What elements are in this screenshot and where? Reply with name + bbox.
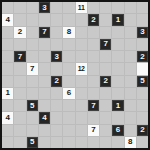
cell-r8c4[interactable]: [51, 100, 62, 111]
cell-r4c1-clue-7[interactable]: 7: [14, 51, 25, 62]
cell-r8c5[interactable]: [63, 100, 74, 111]
cell-r4c5[interactable]: [63, 51, 74, 62]
cell-r1c0-clue-4[interactable]: 4: [2, 14, 13, 25]
cell-r6c2[interactable]: [27, 76, 38, 87]
cell-r2c4[interactable]: [51, 27, 62, 38]
cell-r9c4[interactable]: [51, 112, 62, 123]
cell-r5c11[interactable]: [137, 63, 148, 74]
cell-r5c3[interactable]: [39, 63, 50, 74]
cell-r4c10[interactable]: [125, 51, 136, 62]
cell-r10c2[interactable]: [27, 125, 38, 136]
cell-r8c1[interactable]: [14, 100, 25, 111]
cell-r8c2-clue-5[interactable]: 5: [27, 100, 38, 111]
cell-r0c7[interactable]: [88, 2, 99, 13]
cell-r3c2[interactable]: [27, 39, 38, 50]
cell-r6c1[interactable]: [14, 76, 25, 87]
cell-r1c4[interactable]: [51, 14, 62, 25]
cell-r5c10[interactable]: [125, 63, 136, 74]
cell-r4c3[interactable]: [39, 51, 50, 62]
cell-r4c4-clue-3[interactable]: 3: [51, 51, 62, 62]
cell-r5c2-clue-7[interactable]: 7: [27, 63, 38, 74]
cell-r7c10[interactable]: [125, 88, 136, 99]
cell-r3c7[interactable]: [88, 39, 99, 50]
cell-r4c2[interactable]: [27, 51, 38, 62]
cell-r4c11-clue-2[interactable]: 2: [137, 51, 148, 62]
cell-r5c6-clue-12[interactable]: 12: [76, 63, 87, 74]
cell-r3c11[interactable]: [137, 39, 148, 50]
cell-r11c0[interactable]: [2, 137, 13, 148]
cell-r8c9-clue-1[interactable]: 1: [112, 100, 123, 111]
cell-r2c8[interactable]: [100, 27, 111, 38]
cell-r10c3[interactable]: [39, 125, 50, 136]
cell-r4c8[interactable]: [100, 51, 111, 62]
cell-r5c7[interactable]: [88, 63, 99, 74]
cell-r0c9[interactable]: [112, 2, 123, 13]
cell-r7c3[interactable]: [39, 88, 50, 99]
cell-r7c6[interactable]: [76, 88, 87, 99]
cell-r7c0-clue-1[interactable]: 1: [2, 88, 13, 99]
cell-r11c6[interactable]: [76, 137, 87, 148]
cell-r2c3-clue-7[interactable]: 7: [39, 27, 50, 38]
cell-r7c1[interactable]: [14, 88, 25, 99]
cell-r7c8[interactable]: [100, 88, 111, 99]
cell-r0c3-clue-3[interactable]: 3: [39, 2, 50, 13]
cell-r2c7[interactable]: [88, 27, 99, 38]
cell-r1c10[interactable]: [125, 14, 136, 25]
cell-r2c2[interactable]: [27, 27, 38, 38]
cell-r8c3[interactable]: [39, 100, 50, 111]
cell-r3c6[interactable]: [76, 39, 87, 50]
cell-r9c5[interactable]: [63, 112, 74, 123]
cell-r2c11-clue-3[interactable]: 3: [137, 27, 148, 38]
cell-r6c0[interactable]: [2, 76, 13, 87]
cell-r7c4[interactable]: [51, 88, 62, 99]
cell-r6c8-clue-2[interactable]: 2: [100, 76, 111, 87]
cell-r8c0[interactable]: [2, 100, 13, 111]
cell-r3c10[interactable]: [125, 39, 136, 50]
cell-r3c4[interactable]: [51, 39, 62, 50]
cell-r6c10[interactable]: [125, 76, 136, 87]
cell-r9c1[interactable]: [14, 112, 25, 123]
cell-r0c6-clue-11[interactable]: 11: [76, 2, 87, 13]
cell-r7c11[interactable]: [137, 88, 148, 99]
cell-r0c8[interactable]: [100, 2, 111, 13]
cell-r8c10[interactable]: [125, 100, 136, 111]
cell-r6c6[interactable]: [76, 76, 87, 87]
cell-r0c4[interactable]: [51, 2, 62, 13]
cell-r9c9[interactable]: [112, 112, 123, 123]
cell-r0c5[interactable]: [63, 2, 74, 13]
cell-r10c5[interactable]: [63, 125, 74, 136]
cell-r5c5[interactable]: [63, 63, 74, 74]
cell-r7c9[interactable]: [112, 88, 123, 99]
cell-r1c11[interactable]: [137, 14, 148, 25]
cell-r10c11-clue-2[interactable]: 2: [137, 125, 148, 136]
cell-r8c7-clue-7[interactable]: 7: [88, 100, 99, 111]
cell-r11c3[interactable]: [39, 137, 50, 148]
cell-r2c9[interactable]: [112, 27, 123, 38]
cell-r10c9-clue-6[interactable]: 6: [112, 125, 123, 136]
cell-r5c4[interactable]: [51, 63, 62, 74]
cell-r1c9-clue-1[interactable]: 1: [112, 14, 123, 25]
cell-r6c3[interactable]: [39, 76, 50, 87]
cell-r1c1[interactable]: [14, 14, 25, 25]
cell-r4c9[interactable]: [112, 51, 123, 62]
cell-r0c10[interactable]: [125, 2, 136, 13]
cell-r2c1-clue-2[interactable]: 2: [14, 27, 25, 38]
cell-r8c8[interactable]: [100, 100, 111, 111]
cell-r9c2[interactable]: [27, 112, 38, 123]
cell-r4c6[interactable]: [76, 51, 87, 62]
cell-r0c2[interactable]: [27, 2, 38, 13]
cell-r10c10[interactable]: [125, 125, 136, 136]
cell-r6c7[interactable]: [88, 76, 99, 87]
cell-r10c4[interactable]: [51, 125, 62, 136]
cell-r1c6[interactable]: [76, 14, 87, 25]
cell-r0c0[interactable]: [2, 2, 13, 13]
cell-r1c7-clue-2[interactable]: 2: [88, 14, 99, 25]
cell-r7c5-clue-6[interactable]: 6: [63, 88, 74, 99]
cell-r1c3[interactable]: [39, 14, 50, 25]
cell-r10c8[interactable]: [100, 125, 111, 136]
cell-r8c6[interactable]: [76, 100, 87, 111]
cell-r3c3[interactable]: [39, 39, 50, 50]
cell-r4c7[interactable]: [88, 51, 99, 62]
cell-r9c11[interactable]: [137, 112, 148, 123]
cell-r0c1[interactable]: [14, 2, 25, 13]
cell-r11c10-clue-8[interactable]: 8: [125, 137, 136, 148]
cell-r9c0-clue-4[interactable]: 4: [2, 112, 13, 123]
cell-r6c4-clue-2[interactable]: 2: [51, 76, 62, 87]
cell-r2c0[interactable]: [2, 27, 13, 38]
cell-r7c7[interactable]: [88, 88, 99, 99]
cell-r7c2[interactable]: [27, 88, 38, 99]
cell-r10c0[interactable]: [2, 125, 13, 136]
cell-r2c6[interactable]: [76, 27, 87, 38]
cell-r9c3-clue-4[interactable]: 4: [39, 112, 50, 123]
cell-r3c0[interactable]: [2, 39, 13, 50]
cell-r10c7-clue-7[interactable]: 7: [88, 125, 99, 136]
cell-r3c5[interactable]: [63, 39, 74, 50]
cell-r9c10[interactable]: [125, 112, 136, 123]
cell-r5c1[interactable]: [14, 63, 25, 74]
cell-r3c9[interactable]: [112, 39, 123, 50]
cell-r5c9[interactable]: [112, 63, 123, 74]
puzzle-board: 31142127837732712225165714476258: [0, 0, 150, 150]
cell-r11c4[interactable]: [51, 137, 62, 148]
cell-r6c11-clue-5[interactable]: 5: [137, 76, 148, 87]
cell-r9c6[interactable]: [76, 112, 87, 123]
cell-r1c8[interactable]: [100, 14, 111, 25]
cell-r3c1[interactable]: [14, 39, 25, 50]
cell-r11c8[interactable]: [100, 137, 111, 148]
cell-r11c1[interactable]: [14, 137, 25, 148]
cell-r3c8-clue-7[interactable]: 7: [100, 39, 111, 50]
cell-r1c5[interactable]: [63, 14, 74, 25]
cell-r0c11[interactable]: [137, 2, 148, 13]
cell-r11c2-clue-5[interactable]: 5: [27, 137, 38, 148]
cell-r2c10[interactable]: [125, 27, 136, 38]
cell-r11c11[interactable]: [137, 137, 148, 148]
cell-r1c2[interactable]: [27, 14, 38, 25]
cell-r9c7[interactable]: [88, 112, 99, 123]
cell-r5c8[interactable]: [100, 63, 111, 74]
cell-r9c8[interactable]: [100, 112, 111, 123]
cell-r10c6[interactable]: [76, 125, 87, 136]
cell-r11c9[interactable]: [112, 137, 123, 148]
cell-r5c0[interactable]: [2, 63, 13, 74]
cell-r11c5[interactable]: [63, 137, 74, 148]
cell-r8c11[interactable]: [137, 100, 148, 111]
cell-r6c5[interactable]: [63, 76, 74, 87]
cell-r6c9[interactable]: [112, 76, 123, 87]
cell-r2c5-clue-8[interactable]: 8: [63, 27, 74, 38]
cell-r11c7[interactable]: [88, 137, 99, 148]
cell-r4c0[interactable]: [2, 51, 13, 62]
cell-r10c1[interactable]: [14, 125, 25, 136]
